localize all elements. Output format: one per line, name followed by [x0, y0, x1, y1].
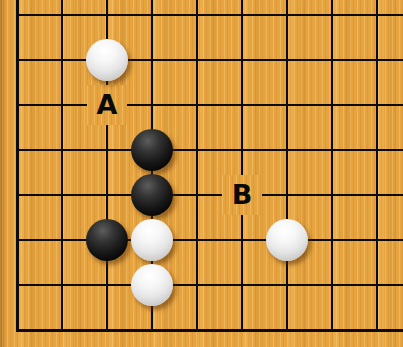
grid-line-vertical — [196, 0, 198, 332]
white-stone — [266, 219, 308, 261]
white-stone — [86, 39, 128, 81]
grid-line-horizontal — [16, 149, 403, 151]
grid-line-left-edge — [16, 0, 19, 332]
grid-line-horizontal — [16, 59, 403, 61]
point-label-b[interactable]: B — [222, 175, 262, 215]
grid-line-bottom-edge — [16, 329, 403, 332]
grid-line-vertical — [331, 0, 333, 332]
point-label-a[interactable]: A — [87, 85, 127, 125]
grid-line-vertical — [241, 0, 243, 332]
grid-line-horizontal — [16, 194, 403, 196]
black-stone — [86, 219, 128, 261]
grid-line-horizontal — [16, 104, 403, 106]
board-left-edge-shading — [0, 0, 7, 347]
grid-line-vertical — [286, 0, 288, 332]
black-stone — [131, 129, 173, 171]
white-stone — [131, 219, 173, 261]
grid-line-vertical — [61, 0, 63, 332]
go-board[interactable]: AB — [0, 0, 403, 347]
grid-line-horizontal — [16, 284, 403, 286]
grid-line-vertical — [376, 0, 378, 332]
white-stone — [131, 264, 173, 306]
grid-line-horizontal — [16, 239, 403, 241]
grid-line-horizontal — [16, 14, 403, 16]
black-stone — [131, 174, 173, 216]
